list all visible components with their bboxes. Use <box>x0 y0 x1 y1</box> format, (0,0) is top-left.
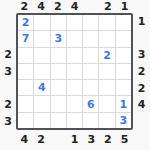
top-clue-1: 2 <box>16 0 33 13</box>
left-clue-7: 3 <box>0 113 16 130</box>
cell-r1c7[interactable] <box>116 15 131 30</box>
cell-r2c1[interactable]: 7 <box>18 31 33 46</box>
cell-r2c3[interactable]: 3 <box>51 31 66 46</box>
cell-r4c4[interactable] <box>67 64 82 79</box>
cell-r3c2[interactable] <box>34 48 49 63</box>
right-clue-2 <box>133 30 150 47</box>
cell-r3c3[interactable] <box>51 48 66 63</box>
bottom-clue-4: 1 <box>66 130 83 149</box>
cell-r2c5[interactable] <box>83 31 98 46</box>
right-clues: 13224 <box>133 13 150 130</box>
cell-r2c2[interactable] <box>34 31 49 46</box>
top-clues: 242421 <box>16 0 133 13</box>
right-clue-5: 2 <box>133 80 150 97</box>
left-clue-1 <box>0 13 16 30</box>
cell-r2c6[interactable] <box>99 31 114 46</box>
cell-r5c4[interactable] <box>67 80 82 95</box>
cell-r6c4[interactable] <box>67 96 82 111</box>
bottom-clues: 421325 <box>16 130 133 149</box>
cell-r5c1[interactable] <box>18 80 33 95</box>
cell-r1c5[interactable] <box>83 15 98 30</box>
left-clue-2 <box>0 30 16 47</box>
cell-r3c4[interactable] <box>67 48 82 63</box>
left-clue-5 <box>0 80 16 97</box>
cell-r6c7[interactable]: 1 <box>116 96 131 111</box>
cell-r1c2[interactable] <box>34 15 49 30</box>
bottom-clue-2: 2 <box>33 130 50 149</box>
cell-r1c4[interactable] <box>67 15 82 30</box>
cell-r6c5[interactable]: 6 <box>83 96 98 111</box>
right-clue-6: 4 <box>133 97 150 114</box>
board: 27324613 <box>16 13 133 130</box>
left-clue-4: 3 <box>0 63 16 80</box>
bottom-clue-5: 3 <box>83 130 100 149</box>
cell-r4c7[interactable] <box>116 64 131 79</box>
top-clue-3: 2 <box>49 0 66 13</box>
left-clues: 2323 <box>0 13 16 130</box>
cell-r6c1[interactable] <box>18 96 33 111</box>
top-clue-7: 1 <box>116 0 133 13</box>
cell-r2c4[interactable] <box>67 31 82 46</box>
left-clue-3: 2 <box>0 46 16 63</box>
top-clue-5 <box>83 0 100 13</box>
top-clue-2: 4 <box>33 0 50 13</box>
cell-r5c7[interactable] <box>116 80 131 95</box>
cell-r3c5[interactable] <box>83 48 98 63</box>
cell-r5c6[interactable] <box>99 80 114 95</box>
skyscrapers-puzzle: 242421 2323 13224 421325 27324613 <box>0 0 150 150</box>
cell-r3c7[interactable] <box>116 48 131 63</box>
cell-r1c6[interactable] <box>99 15 114 30</box>
cell-r6c6[interactable] <box>99 96 114 111</box>
bottom-clue-3 <box>49 130 66 149</box>
cell-r5c5[interactable] <box>83 80 98 95</box>
bottom-clue-1: 4 <box>16 130 33 149</box>
right-clue-3: 3 <box>133 46 150 63</box>
cell-r7c1[interactable] <box>18 113 33 128</box>
bottom-clue-7: 5 <box>116 130 133 149</box>
cell-r7c7[interactable]: 3 <box>116 113 131 128</box>
cell-r4c1[interactable] <box>18 64 33 79</box>
cell-r1c3[interactable] <box>51 15 66 30</box>
cell-r7c6[interactable] <box>99 113 114 128</box>
bottom-clue-6: 2 <box>100 130 117 149</box>
cell-r2c7[interactable] <box>116 31 131 46</box>
cell-r5c2[interactable]: 4 <box>34 80 49 95</box>
cell-r6c2[interactable] <box>34 96 49 111</box>
cell-r3c1[interactable] <box>18 48 33 63</box>
cell-r7c4[interactable] <box>67 113 82 128</box>
cell-r4c5[interactable] <box>83 64 98 79</box>
cell-r3c6[interactable]: 2 <box>99 48 114 63</box>
cell-r5c3[interactable] <box>51 80 66 95</box>
top-clue-4: 4 <box>66 0 83 13</box>
cell-r4c2[interactable] <box>34 64 49 79</box>
right-clue-7 <box>133 113 150 130</box>
cell-r4c3[interactable] <box>51 64 66 79</box>
cell-r7c3[interactable] <box>51 113 66 128</box>
left-clue-6: 2 <box>0 97 16 114</box>
cell-r6c3[interactable] <box>51 96 66 111</box>
cell-r4c6[interactable] <box>99 64 114 79</box>
cell-r7c2[interactable] <box>34 113 49 128</box>
right-clue-4: 2 <box>133 63 150 80</box>
cell-r1c1[interactable]: 2 <box>18 15 33 30</box>
right-clue-1: 1 <box>133 13 150 30</box>
cell-r7c5[interactable] <box>83 113 98 128</box>
top-clue-6: 2 <box>100 0 117 13</box>
